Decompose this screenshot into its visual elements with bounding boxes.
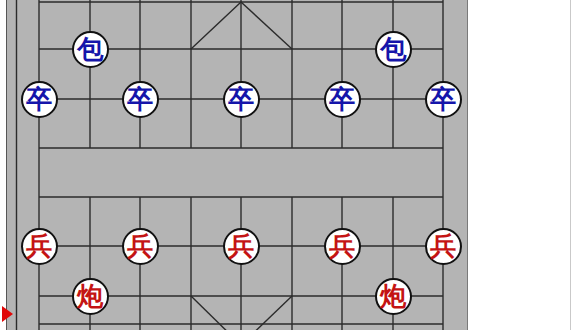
piece-red-cannon-right[interactable]: 炮 xyxy=(375,278,412,315)
piece-black-cannon-right[interactable]: 包 xyxy=(375,31,412,68)
xiangqi-app-window: 包包卒卒卒卒卒兵兵兵兵兵炮炮 xyxy=(0,0,576,330)
piece-black-cannon-left[interactable]: 包 xyxy=(72,31,109,68)
move-indicator-triangle xyxy=(2,306,13,322)
piece-black-soldier-1[interactable]: 卒 xyxy=(21,81,58,118)
piece-black-soldier-4[interactable]: 卒 xyxy=(324,81,361,118)
piece-red-soldier-1[interactable]: 兵 xyxy=(21,228,58,265)
piece-red-soldier-2[interactable]: 兵 xyxy=(122,228,159,265)
piece-red-cannon-left[interactable]: 炮 xyxy=(72,278,109,315)
panel-left-border xyxy=(6,0,7,330)
piece-black-soldier-5[interactable]: 卒 xyxy=(425,81,462,118)
piece-red-soldier-4[interactable]: 兵 xyxy=(324,228,361,265)
window-right-edge xyxy=(570,0,571,330)
piece-red-soldier-5[interactable]: 兵 xyxy=(425,228,462,265)
piece-red-soldier-3[interactable]: 兵 xyxy=(223,228,260,265)
piece-black-soldier-2[interactable]: 卒 xyxy=(122,81,159,118)
piece-black-soldier-3[interactable]: 卒 xyxy=(223,81,260,118)
